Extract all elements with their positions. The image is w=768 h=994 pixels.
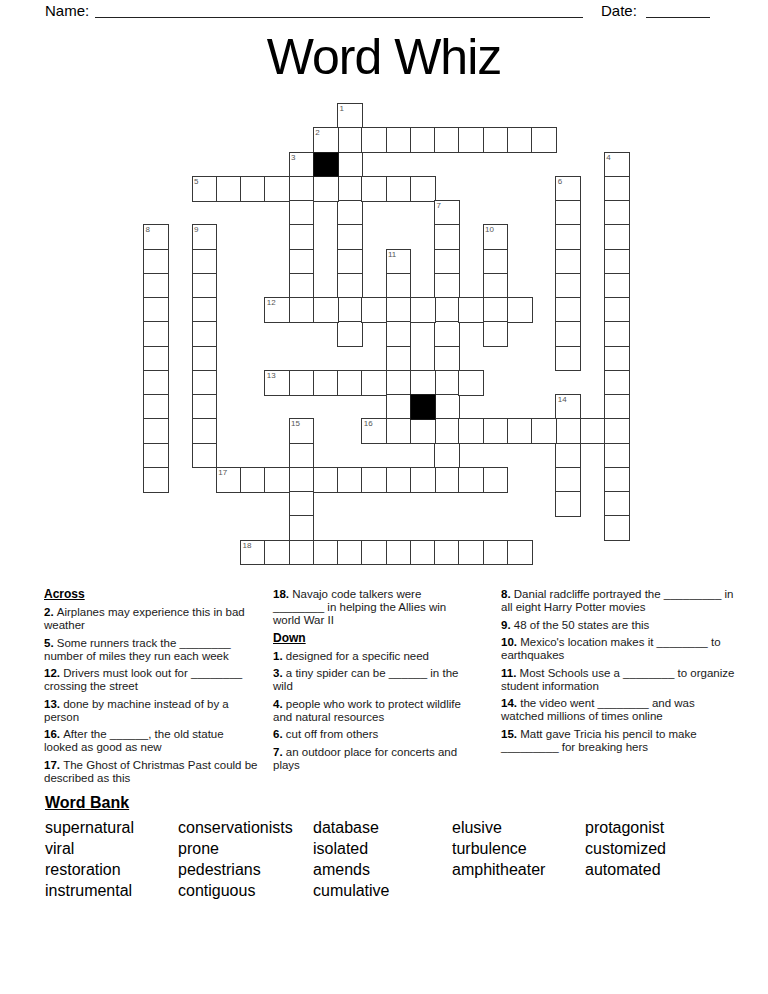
grid-cell[interactable] bbox=[143, 273, 169, 299]
grid-cell[interactable] bbox=[410, 540, 436, 566]
word-bank-column: conservationistspronepedestrianscontiguo… bbox=[178, 817, 313, 901]
date-label: Date: bbox=[601, 2, 637, 19]
grid-cell[interactable] bbox=[604, 370, 630, 396]
clue-11: 11. Most Schools use a ________ to organ… bbox=[501, 667, 735, 693]
grid-cell[interactable] bbox=[555, 224, 581, 250]
clue-number: 16 bbox=[364, 419, 373, 428]
grid-cell[interactable] bbox=[410, 297, 436, 323]
grid-cell[interactable]: 6 bbox=[555, 176, 581, 202]
clue-number: 6 bbox=[558, 177, 562, 186]
word-bank-heading: Word Bank bbox=[45, 794, 129, 812]
worksheet-page: Name: Date: Word Whiz 123456789101112131… bbox=[0, 0, 768, 994]
grid-cell[interactable] bbox=[604, 346, 630, 372]
clue-13: 13. done by machine instead of by a pers… bbox=[44, 698, 259, 724]
word-bank-column: elusiveturbulenceamphitheater bbox=[452, 817, 585, 901]
grid-cell[interactable] bbox=[386, 297, 412, 323]
grid-cell[interactable] bbox=[361, 540, 387, 566]
name-blank-line bbox=[95, 17, 583, 18]
grid-cell[interactable]: 4 bbox=[604, 152, 630, 178]
clue-4: 4. people who work to protect wildlife a… bbox=[273, 698, 473, 724]
grid-cell[interactable] bbox=[458, 467, 484, 493]
clue-number: 18 bbox=[243, 541, 252, 550]
word-bank-word: contiguous bbox=[178, 880, 313, 901]
word-bank-word: customized bbox=[585, 838, 705, 859]
grid-cell[interactable] bbox=[313, 467, 339, 493]
grid-cell[interactable] bbox=[434, 127, 460, 153]
grid-cell[interactable]: 3 bbox=[289, 152, 315, 178]
grid-cell[interactable] bbox=[361, 467, 387, 493]
grid-cell[interactable] bbox=[604, 321, 630, 347]
clues-heading-across: Across bbox=[44, 588, 259, 601]
grid-cell[interactable] bbox=[289, 273, 315, 299]
grid-cell[interactable] bbox=[289, 224, 315, 250]
clue-3: 3. a tiny spider can be ______ in the wi… bbox=[273, 667, 473, 693]
grid-cell[interactable] bbox=[483, 467, 509, 493]
grid-cell[interactable] bbox=[289, 515, 315, 541]
grid-cell[interactable] bbox=[555, 321, 581, 347]
grid-cell[interactable] bbox=[483, 418, 509, 444]
grid-cell[interactable] bbox=[434, 297, 460, 323]
clue-7: 7. an outdoor place for concerts and pla… bbox=[273, 746, 473, 772]
clue-number: 13 bbox=[267, 371, 276, 380]
grid-cell[interactable]: 15 bbox=[289, 418, 315, 444]
grid-cell[interactable] bbox=[434, 467, 460, 493]
grid-cell[interactable] bbox=[555, 249, 581, 275]
grid-cell[interactable] bbox=[483, 540, 509, 566]
grid-cell[interactable] bbox=[434, 540, 460, 566]
grid-cell[interactable] bbox=[410, 127, 436, 153]
grid-cell[interactable] bbox=[313, 176, 339, 202]
grid-cell[interactable] bbox=[410, 176, 436, 202]
grid-cell[interactable] bbox=[313, 540, 339, 566]
grid-cell[interactable] bbox=[289, 540, 315, 566]
grid-cell[interactable]: 13 bbox=[264, 370, 290, 396]
grid-cell[interactable] bbox=[289, 491, 315, 517]
grid-cell[interactable] bbox=[604, 515, 630, 541]
grid-cell[interactable]: 7 bbox=[434, 200, 460, 226]
grid-cell[interactable] bbox=[264, 540, 290, 566]
grid-cell[interactable] bbox=[507, 540, 533, 566]
clue-number: 9 bbox=[194, 225, 198, 234]
word-bank-word: prone bbox=[178, 838, 313, 859]
grid-cell[interactable] bbox=[192, 321, 218, 347]
grid-cell[interactable] bbox=[289, 200, 315, 226]
clue-10: 10. Mexico's location makes it ________ … bbox=[501, 636, 735, 662]
grid-cell[interactable] bbox=[361, 370, 387, 396]
grid-cell[interactable] bbox=[192, 418, 218, 444]
clue-column-3: 8. Danial radcliffe portrayed the ______… bbox=[501, 588, 735, 758]
clue-16: 16. After the ______, the old statue loo… bbox=[44, 728, 259, 754]
word-bank-word: conservationists bbox=[178, 817, 313, 838]
date-blank-line bbox=[646, 17, 710, 18]
grid-cell[interactable] bbox=[386, 540, 412, 566]
grid-cell[interactable] bbox=[555, 443, 581, 469]
grid-cell[interactable]: 12 bbox=[264, 297, 290, 323]
word-bank-word: supernatural bbox=[45, 817, 178, 838]
grid-cell[interactable] bbox=[458, 370, 484, 396]
clue-column-1: Across2. Airplanes may experience this i… bbox=[44, 588, 259, 789]
grid-cell[interactable] bbox=[337, 297, 363, 323]
clue-17: 17. The Ghost of Christmas Past could be… bbox=[44, 759, 259, 785]
black-cell bbox=[313, 152, 339, 178]
word-bank-word: database bbox=[313, 817, 452, 838]
grid-cell[interactable] bbox=[555, 273, 581, 299]
grid-cell[interactable]: 11 bbox=[386, 249, 412, 275]
grid-cell[interactable] bbox=[555, 297, 581, 323]
clue-5: 5. Some runners track the ________ numbe… bbox=[44, 637, 259, 663]
grid-cell[interactable] bbox=[240, 176, 266, 202]
page-title: Word Whiz bbox=[0, 28, 768, 86]
clue-number: 2 bbox=[315, 128, 319, 137]
grid-cell[interactable] bbox=[386, 273, 412, 299]
grid-cell[interactable] bbox=[434, 346, 460, 372]
grid-cell[interactable]: 17 bbox=[216, 467, 242, 493]
grid-cell[interactable] bbox=[143, 370, 169, 396]
grid-cell[interactable]: 9 bbox=[192, 224, 218, 250]
clue-number: 8 bbox=[146, 225, 150, 234]
grid-cell[interactable] bbox=[240, 467, 266, 493]
grid-cell[interactable]: 18 bbox=[240, 540, 266, 566]
grid-cell[interactable] bbox=[143, 321, 169, 347]
grid-cell[interactable] bbox=[264, 176, 290, 202]
grid-cell[interactable] bbox=[337, 127, 363, 153]
grid-cell[interactable] bbox=[216, 176, 242, 202]
grid-cell[interactable] bbox=[604, 443, 630, 469]
grid-cell[interactable] bbox=[410, 467, 436, 493]
clue-14: 14. the video went ________ and was watc… bbox=[501, 697, 735, 723]
grid-cell[interactable] bbox=[555, 200, 581, 226]
clue-number: 14 bbox=[558, 395, 567, 404]
grid-cell[interactable] bbox=[337, 176, 363, 202]
grid-cell[interactable] bbox=[337, 370, 363, 396]
grid-cell[interactable] bbox=[289, 467, 315, 493]
grid-cell[interactable] bbox=[289, 443, 315, 469]
grid-cell[interactable]: 14 bbox=[555, 394, 581, 420]
grid-cell[interactable] bbox=[604, 418, 630, 444]
grid-cell[interactable] bbox=[434, 224, 460, 250]
grid-cell[interactable] bbox=[337, 321, 363, 347]
grid-cell[interactable] bbox=[386, 346, 412, 372]
grid-cell[interactable] bbox=[458, 297, 484, 323]
grid-cell[interactable] bbox=[313, 370, 339, 396]
grid-cell[interactable] bbox=[434, 273, 460, 299]
grid-cell[interactable] bbox=[386, 418, 412, 444]
grid-cell[interactable] bbox=[337, 200, 363, 226]
grid-cell[interactable] bbox=[458, 127, 484, 153]
grid-cell[interactable] bbox=[458, 540, 484, 566]
grid-cell[interactable] bbox=[531, 127, 557, 153]
word-bank-word: cumulative bbox=[313, 880, 452, 901]
grid-cell[interactable] bbox=[483, 249, 509, 275]
grid-cell[interactable] bbox=[410, 370, 436, 396]
grid-cell[interactable] bbox=[386, 370, 412, 396]
grid-cell[interactable] bbox=[386, 127, 412, 153]
grid-cell[interactable] bbox=[434, 321, 460, 347]
grid-cell[interactable] bbox=[604, 273, 630, 299]
grid-cell[interactable] bbox=[143, 443, 169, 469]
grid-cell[interactable] bbox=[337, 273, 363, 299]
clue-2: 2. Airplanes may experience this in bad … bbox=[44, 606, 259, 632]
grid-cell[interactable] bbox=[337, 249, 363, 275]
grid-cell[interactable] bbox=[604, 200, 630, 226]
clue-number: 12 bbox=[267, 298, 276, 307]
grid-cell[interactable] bbox=[604, 176, 630, 202]
grid-cell[interactable] bbox=[192, 394, 218, 420]
grid-cell[interactable]: 2 bbox=[313, 127, 339, 153]
grid-cell[interactable] bbox=[361, 176, 387, 202]
grid-cell[interactable] bbox=[434, 443, 460, 469]
grid-cell[interactable] bbox=[483, 321, 509, 347]
grid-cell[interactable] bbox=[386, 394, 412, 420]
grid-cell[interactable] bbox=[483, 127, 509, 153]
word-bank-word: pedestrians bbox=[178, 859, 313, 880]
grid-cell[interactable] bbox=[192, 273, 218, 299]
grid-cell[interactable] bbox=[580, 418, 606, 444]
grid-cell[interactable] bbox=[192, 346, 218, 372]
grid-cell[interactable] bbox=[483, 273, 509, 299]
clue-number: 7 bbox=[437, 201, 441, 210]
clue-12: 12. Drivers must look out for ________ c… bbox=[44, 667, 259, 693]
grid-cell[interactable] bbox=[289, 370, 315, 396]
grid-cell[interactable] bbox=[289, 176, 315, 202]
grid-cell[interactable]: 8 bbox=[143, 224, 169, 250]
grid-cell[interactable] bbox=[143, 249, 169, 275]
grid-cell[interactable] bbox=[361, 127, 387, 153]
clue-number: 10 bbox=[485, 225, 494, 234]
grid-cell[interactable] bbox=[434, 394, 460, 420]
grid-cell[interactable] bbox=[143, 297, 169, 323]
grid-cell[interactable] bbox=[337, 467, 363, 493]
grid-cell[interactable] bbox=[483, 297, 509, 323]
word-bank-word: turbulence bbox=[452, 838, 585, 859]
clue-number: 4 bbox=[606, 153, 610, 162]
grid-cell[interactable] bbox=[458, 418, 484, 444]
grid-cell[interactable] bbox=[313, 297, 339, 323]
clue-number: 5 bbox=[194, 177, 198, 186]
grid-cell[interactable] bbox=[555, 491, 581, 517]
word-bank-word: restoration bbox=[45, 859, 178, 880]
grid-cell[interactable] bbox=[361, 297, 387, 323]
black-cell bbox=[410, 394, 436, 420]
grid-cell[interactable] bbox=[386, 176, 412, 202]
grid-cell[interactable] bbox=[264, 467, 290, 493]
clue-18: 18. Navajo code talkers were ________ in… bbox=[273, 588, 473, 627]
grid-cell[interactable] bbox=[555, 467, 581, 493]
grid-cell[interactable] bbox=[143, 467, 169, 493]
word-bank-word: automated bbox=[585, 859, 705, 880]
clue-6: 6. cut off from others bbox=[273, 728, 473, 741]
grid-cell[interactable] bbox=[507, 127, 533, 153]
grid-cell[interactable] bbox=[434, 370, 460, 396]
clue-number: 11 bbox=[388, 250, 396, 259]
grid-cell[interactable] bbox=[434, 249, 460, 275]
clue-15: 15. Matt gave Tricia his pencil to make … bbox=[501, 728, 735, 754]
grid-cell[interactable]: 5 bbox=[192, 176, 218, 202]
grid-cell[interactable] bbox=[604, 467, 630, 493]
grid-cell[interactable] bbox=[604, 224, 630, 250]
grid-cell[interactable] bbox=[386, 321, 412, 347]
grid-cell[interactable] bbox=[192, 297, 218, 323]
clue-number: 17 bbox=[218, 468, 227, 477]
clue-number: 1 bbox=[340, 104, 344, 113]
word-bank-column: databaseisolatedamendscumulative bbox=[313, 817, 452, 901]
grid-cell[interactable] bbox=[192, 443, 218, 469]
clue-9: 9. 48 of the 50 states are this bbox=[501, 619, 735, 632]
clue-number: 15 bbox=[291, 419, 300, 428]
word-bank-word: instrumental bbox=[45, 880, 178, 901]
grid-cell[interactable] bbox=[604, 249, 630, 275]
grid-cell[interactable] bbox=[507, 297, 533, 323]
grid-cell[interactable] bbox=[410, 418, 436, 444]
grid-cell[interactable] bbox=[434, 418, 460, 444]
grid-cell[interactable] bbox=[143, 346, 169, 372]
clue-number: 3 bbox=[291, 153, 295, 162]
word-bank-word: viral bbox=[45, 838, 178, 859]
word-bank-word: elusive bbox=[452, 817, 585, 838]
word-bank-column: supernaturalviralrestorationinstrumental bbox=[45, 817, 178, 901]
word-bank-word: protagonist bbox=[585, 817, 705, 838]
grid-cell[interactable] bbox=[143, 418, 169, 444]
grid-cell[interactable] bbox=[289, 249, 315, 275]
grid-cell[interactable] bbox=[289, 297, 315, 323]
word-bank-word: amphitheater bbox=[452, 859, 585, 880]
grid-cell[interactable] bbox=[531, 418, 557, 444]
word-bank-word: isolated bbox=[313, 838, 452, 859]
grid-cell[interactable]: 1 bbox=[337, 103, 363, 129]
grid-cell[interactable] bbox=[192, 370, 218, 396]
clues-heading-down: Down bbox=[273, 632, 473, 645]
word-bank: supernaturalviralrestorationinstrumental… bbox=[45, 817, 705, 901]
grid-cell[interactable] bbox=[192, 249, 218, 275]
grid-cell[interactable] bbox=[555, 418, 581, 444]
clue-1: 1. designed for a specific need bbox=[273, 650, 473, 663]
grid-cell[interactable] bbox=[337, 224, 363, 250]
grid-cell[interactable] bbox=[555, 346, 581, 372]
grid-cell[interactable] bbox=[604, 297, 630, 323]
clue-column-2: 18. Navajo code talkers were ________ in… bbox=[273, 588, 473, 776]
grid-cell[interactable] bbox=[337, 540, 363, 566]
name-label: Name: bbox=[45, 2, 89, 19]
grid-cell[interactable] bbox=[143, 394, 169, 420]
grid-cell[interactable] bbox=[604, 394, 630, 420]
grid-cell[interactable] bbox=[507, 418, 533, 444]
grid-cell[interactable]: 10 bbox=[483, 224, 509, 250]
grid-cell[interactable] bbox=[386, 467, 412, 493]
clue-8: 8. Danial radcliffe portrayed the ______… bbox=[501, 588, 735, 614]
word-bank-column: protagonistcustomizedautomated bbox=[585, 817, 705, 901]
word-bank-word: amends bbox=[313, 859, 452, 880]
grid-cell[interactable]: 16 bbox=[361, 418, 387, 444]
grid-cell[interactable] bbox=[604, 491, 630, 517]
grid-cell[interactable] bbox=[337, 152, 363, 178]
